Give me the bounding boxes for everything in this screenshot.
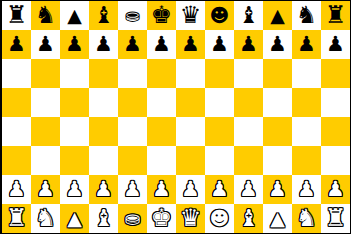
square-j8[interactable]: ▲ <box>263 1 292 30</box>
square-e7[interactable]: ♟ <box>118 30 147 59</box>
white-pawn: ♟ <box>94 175 113 204</box>
square-a3[interactable] <box>2 146 31 175</box>
black-courier: ♝ <box>238 1 259 30</box>
square-i1[interactable]: ♝ <box>234 204 263 233</box>
black-pawn: ♟ <box>123 30 142 59</box>
square-g8[interactable]: ♛ <box>176 1 205 30</box>
black-knight: ♞ <box>35 1 57 30</box>
square-i7[interactable]: ♟ <box>234 30 263 59</box>
square-j1[interactable]: ▲ <box>263 204 292 233</box>
white-knight: ♞ <box>296 204 318 233</box>
square-a7[interactable]: ♟ <box>2 30 31 59</box>
square-c4[interactable] <box>60 117 89 146</box>
square-g6[interactable] <box>176 59 205 88</box>
black-pawn: ♟ <box>65 30 84 59</box>
square-a8[interactable]: ♜ <box>2 1 31 30</box>
square-l3[interactable] <box>321 146 350 175</box>
square-h8[interactable]: ☻ <box>205 1 234 30</box>
square-b7[interactable]: ♟ <box>31 30 60 59</box>
square-i3[interactable] <box>234 146 263 175</box>
square-k4[interactable] <box>292 117 321 146</box>
white-pawn: ♟ <box>65 175 84 204</box>
square-j6[interactable] <box>263 59 292 88</box>
square-g3[interactable] <box>176 146 205 175</box>
square-e5[interactable] <box>118 88 147 117</box>
square-b5[interactable] <box>31 88 60 117</box>
square-l2[interactable]: ♟ <box>321 175 350 204</box>
square-g1[interactable]: ♛ <box>176 204 205 233</box>
square-l6[interactable] <box>321 59 350 88</box>
square-c6[interactable] <box>60 59 89 88</box>
square-c3[interactable] <box>60 146 89 175</box>
black-pawn: ♟ <box>268 30 287 59</box>
white-pawn: ♟ <box>326 175 345 204</box>
square-b4[interactable] <box>31 117 60 146</box>
white-knight: ♞ <box>35 204 57 233</box>
square-j4[interactable] <box>263 117 292 146</box>
square-b3[interactable] <box>31 146 60 175</box>
square-l7[interactable]: ♟ <box>321 30 350 59</box>
square-h5[interactable] <box>205 88 234 117</box>
square-e3[interactable] <box>118 146 147 175</box>
square-j2[interactable]: ♟ <box>263 175 292 204</box>
square-i8[interactable]: ♝ <box>234 1 263 30</box>
square-a6[interactable] <box>2 59 31 88</box>
black-alfil: ▲ <box>67 1 82 30</box>
square-h6[interactable] <box>205 59 234 88</box>
square-a4[interactable] <box>2 117 31 146</box>
square-l8[interactable]: ♜ <box>321 1 350 30</box>
square-g2[interactable]: ♟ <box>176 175 205 204</box>
black-queen: ♛ <box>180 1 202 30</box>
white-alfil: ▲ <box>67 204 82 233</box>
black-pawn: ♟ <box>326 30 345 59</box>
square-k8[interactable]: ♞ <box>292 1 321 30</box>
square-g7[interactable]: ♟ <box>176 30 205 59</box>
square-a5[interactable] <box>2 88 31 117</box>
square-c7[interactable]: ♟ <box>60 30 89 59</box>
square-d3[interactable] <box>89 146 118 175</box>
black-pawn: ♟ <box>210 30 229 59</box>
white-queen: ♛ <box>180 204 202 233</box>
black-pawn: ♟ <box>239 30 258 59</box>
black-pawn: ♟ <box>152 30 171 59</box>
black-pawn: ♟ <box>181 30 200 59</box>
square-e6[interactable] <box>118 59 147 88</box>
square-k7[interactable]: ♟ <box>292 30 321 59</box>
white-alfil: ▲ <box>270 204 285 233</box>
black-courier: ♝ <box>93 1 114 30</box>
square-d7[interactable]: ♟ <box>89 30 118 59</box>
square-l1[interactable]: ♜ <box>321 204 350 233</box>
square-i2[interactable]: ♟ <box>234 175 263 204</box>
square-a1[interactable]: ♜ <box>2 204 31 233</box>
square-j5[interactable] <box>263 88 292 117</box>
chess-board: ♜♞▲♝⛂♚♛☻♝▲♞♜♟♟♟♟♟♟♟♟♟♟♟♟♟♟♟♟♟♟♟♟♟♟♟♟♜♞▲♝… <box>2 1 350 233</box>
square-k2[interactable]: ♟ <box>292 175 321 204</box>
square-d8[interactable]: ♝ <box>89 1 118 30</box>
square-d6[interactable] <box>89 59 118 88</box>
square-c5[interactable] <box>60 88 89 117</box>
square-f8[interactable]: ♚ <box>147 1 176 30</box>
square-g5[interactable] <box>176 88 205 117</box>
square-k6[interactable] <box>292 59 321 88</box>
square-l5[interactable] <box>321 88 350 117</box>
square-d2[interactable]: ♟ <box>89 175 118 204</box>
square-g4[interactable] <box>176 117 205 146</box>
black-rook: ♜ <box>6 1 28 30</box>
square-f3[interactable] <box>147 146 176 175</box>
white-king: ♚ <box>151 204 173 233</box>
white-courier: ♝ <box>93 204 114 233</box>
square-d1[interactable]: ♝ <box>89 204 118 233</box>
square-h1[interactable]: ☻ <box>205 204 234 233</box>
square-b6[interactable] <box>31 59 60 88</box>
square-b1[interactable]: ♞ <box>31 204 60 233</box>
black-pawn: ♟ <box>297 30 316 59</box>
square-c8[interactable]: ▲ <box>60 1 89 30</box>
square-f7[interactable]: ♟ <box>147 30 176 59</box>
square-b8[interactable]: ♞ <box>31 1 60 30</box>
square-i6[interactable] <box>234 59 263 88</box>
square-h3[interactable] <box>205 146 234 175</box>
square-i5[interactable] <box>234 88 263 117</box>
white-pawn: ♟ <box>181 175 200 204</box>
black-alfil: ▲ <box>270 1 285 30</box>
square-f4[interactable] <box>147 117 176 146</box>
square-f1[interactable]: ♚ <box>147 204 176 233</box>
square-d5[interactable] <box>89 88 118 117</box>
white-rook: ♜ <box>325 204 347 233</box>
black-pawn: ♟ <box>36 30 55 59</box>
white-rook: ♜ <box>6 204 28 233</box>
square-d4[interactable] <box>89 117 118 146</box>
square-c1[interactable]: ▲ <box>60 204 89 233</box>
white-courier: ♝ <box>238 204 259 233</box>
white-pawn: ♟ <box>7 175 26 204</box>
square-e1[interactable]: ⛂ <box>118 204 147 233</box>
square-k1[interactable]: ♞ <box>292 204 321 233</box>
square-e4[interactable] <box>118 117 147 146</box>
square-f5[interactable] <box>147 88 176 117</box>
white-pawn: ♟ <box>123 175 142 204</box>
square-e8[interactable]: ⛂ <box>118 1 147 30</box>
square-l4[interactable] <box>321 117 350 146</box>
black-rook: ♜ <box>325 1 347 30</box>
square-k5[interactable] <box>292 88 321 117</box>
square-j7[interactable]: ♟ <box>263 30 292 59</box>
board-frame: ♜♞▲♝⛂♚♛☻♝▲♞♜♟♟♟♟♟♟♟♟♟♟♟♟♟♟♟♟♟♟♟♟♟♟♟♟♜♞▲♝… <box>0 0 351 234</box>
square-k3[interactable] <box>292 146 321 175</box>
square-i4[interactable] <box>234 117 263 146</box>
square-c2[interactable]: ♟ <box>60 175 89 204</box>
white-pawn: ♟ <box>152 175 171 204</box>
black-schleich: ⛂ <box>125 1 141 30</box>
white-pawn: ♟ <box>239 175 258 204</box>
square-a2[interactable]: ♟ <box>2 175 31 204</box>
white-pawn: ♟ <box>268 175 287 204</box>
white-schleich: ⛂ <box>125 204 141 233</box>
square-e2[interactable]: ♟ <box>118 175 147 204</box>
black-mann: ☻ <box>210 1 230 30</box>
black-king: ♚ <box>151 1 173 30</box>
square-f6[interactable] <box>147 59 176 88</box>
white-mann: ☻ <box>210 204 230 233</box>
white-pawn: ♟ <box>36 175 55 204</box>
black-pawn: ♟ <box>94 30 113 59</box>
square-h4[interactable] <box>205 117 234 146</box>
black-pawn: ♟ <box>7 30 26 59</box>
white-pawn: ♟ <box>297 175 316 204</box>
square-f2[interactable]: ♟ <box>147 175 176 204</box>
square-b2[interactable]: ♟ <box>31 175 60 204</box>
white-pawn: ♟ <box>210 175 229 204</box>
square-j3[interactable] <box>263 146 292 175</box>
black-knight: ♞ <box>296 1 318 30</box>
square-h2[interactable]: ♟ <box>205 175 234 204</box>
square-h7[interactable]: ♟ <box>205 30 234 59</box>
